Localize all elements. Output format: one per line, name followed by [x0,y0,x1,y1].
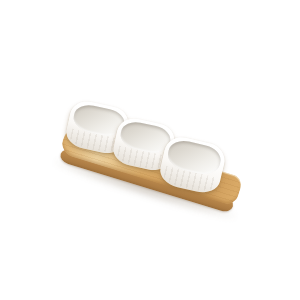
bowls-layer [0,0,300,300]
ceramic-dip-bowl-right [157,134,228,196]
product-photo-scene [0,0,300,300]
